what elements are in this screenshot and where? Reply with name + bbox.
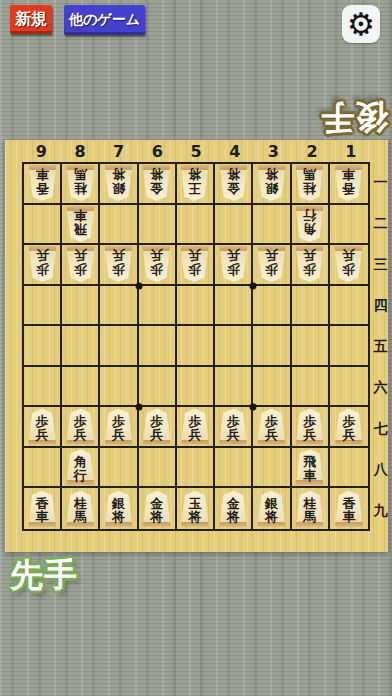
piece-kanji: 歩 <box>36 263 49 277</box>
shogi-piece[interactable]: 歩兵 <box>218 409 249 445</box>
board-square[interactable]: 桂馬 <box>292 488 330 529</box>
piece-kanji: 兵 <box>342 249 355 263</box>
piece-kanji: 歩 <box>303 415 316 429</box>
shogi-piece[interactable]: 金将 <box>141 165 172 201</box>
shogi-piece[interactable]: 歩兵 <box>65 409 96 445</box>
board-square[interactable] <box>215 448 253 489</box>
rank-label: 一 <box>373 162 388 203</box>
piece-kanji: 兵 <box>74 428 87 442</box>
piece-kanji: 兵 <box>74 249 87 263</box>
rank-label: 六 <box>373 367 388 408</box>
board-square[interactable] <box>62 367 100 408</box>
piece-kanji: 兵 <box>227 249 240 263</box>
piece-kanji: 将 <box>112 510 125 524</box>
board-square[interactable]: 銀将 <box>100 488 138 529</box>
board-square[interactable]: 歩兵 <box>62 245 100 286</box>
board-square[interactable]: 銀将 <box>253 164 291 205</box>
shogi-piece[interactable]: 桂馬 <box>294 491 325 527</box>
piece-kanji: 王 <box>188 182 201 196</box>
shogi-piece[interactable]: 歩兵 <box>333 409 364 445</box>
rank-label: 四 <box>373 285 388 326</box>
board-square[interactable]: 歩兵 <box>62 407 100 448</box>
board-square[interactable]: 金将 <box>139 164 177 205</box>
shogi-piece[interactable]: 歩兵 <box>333 246 364 282</box>
piece-kanji: 歩 <box>342 263 355 277</box>
file-label: 4 <box>215 140 254 162</box>
board-square[interactable]: 歩兵 <box>24 245 62 286</box>
board-square[interactable]: 金将 <box>215 488 253 529</box>
file-label: 6 <box>138 140 177 162</box>
piece-kanji: 将 <box>265 168 278 182</box>
board-square[interactable] <box>100 286 138 327</box>
board-square[interactable] <box>177 367 215 408</box>
rank-labels: 一二三四五六七八九 <box>373 162 388 531</box>
gear-icon: ⚙ <box>347 9 375 40</box>
star-point-marker <box>250 404 257 411</box>
board-square[interactable] <box>330 367 368 408</box>
board-square[interactable] <box>330 205 368 246</box>
piece-kanji: 銀 <box>265 497 278 511</box>
board-square[interactable] <box>100 367 138 408</box>
piece-kanji: 歩 <box>265 263 278 277</box>
piece-kanji: 桂 <box>303 497 316 511</box>
board-square[interactable] <box>139 286 177 327</box>
piece-kanji: 兵 <box>36 428 49 442</box>
shogi-piece[interactable]: 歩兵 <box>103 409 134 445</box>
board-square[interactable] <box>62 286 100 327</box>
sente-player-label: 先手 <box>10 558 78 591</box>
piece-kanji: 歩 <box>74 415 87 429</box>
piece-kanji: 歩 <box>112 263 125 277</box>
piece-kanji: 将 <box>188 510 201 524</box>
board-square[interactable] <box>100 448 138 489</box>
piece-kanji: 車 <box>36 168 49 182</box>
shogi-piece[interactable]: 香車 <box>27 165 58 201</box>
shogi-piece[interactable]: 歩兵 <box>27 409 58 445</box>
star-point-marker <box>135 282 142 289</box>
piece-kanji: 馬 <box>303 510 316 524</box>
shogi-piece[interactable]: 歩兵 <box>218 246 249 282</box>
board-square[interactable] <box>253 286 291 327</box>
piece-kanji: 兵 <box>112 249 125 263</box>
board-square[interactable] <box>292 367 330 408</box>
piece-kanji: 兵 <box>303 249 316 263</box>
board-square[interactable] <box>177 286 215 327</box>
shogi-piece[interactable]: 飛車 <box>65 206 96 242</box>
shogi-piece[interactable]: 歩兵 <box>27 246 58 282</box>
board-square[interactable] <box>253 448 291 489</box>
board-square[interactable] <box>24 448 62 489</box>
piece-kanji: 将 <box>265 510 278 524</box>
board-square[interactable]: 飛車 <box>62 205 100 246</box>
board-square[interactable]: 歩兵 <box>292 245 330 286</box>
shogi-piece[interactable]: 銀将 <box>256 165 287 201</box>
gote-player-label: 後手 <box>320 101 388 134</box>
piece-kanji: 玉 <box>188 497 201 511</box>
piece-kanji: 兵 <box>303 428 316 442</box>
piece-kanji: 金 <box>227 182 240 196</box>
shogi-piece[interactable]: 王将 <box>179 165 210 201</box>
file-labels: 987654321 <box>22 140 370 162</box>
piece-kanji: 金 <box>227 497 240 511</box>
board-square[interactable] <box>330 286 368 327</box>
board-square[interactable] <box>139 205 177 246</box>
piece-kanji: 歩 <box>112 415 125 429</box>
board-square[interactable]: 歩兵 <box>253 407 291 448</box>
shogi-piece[interactable]: 香車 <box>27 491 58 527</box>
piece-kanji: 歩 <box>342 415 355 429</box>
piece-kanji: 桂 <box>74 182 87 196</box>
board-square[interactable] <box>253 205 291 246</box>
shogi-piece[interactable]: 桂馬 <box>65 165 96 201</box>
board-square[interactable] <box>253 367 291 408</box>
piece-kanji: 角 <box>303 222 316 236</box>
piece-kanji: 車 <box>342 510 355 524</box>
shogi-piece[interactable]: 歩兵 <box>256 409 287 445</box>
piece-kanji: 兵 <box>188 428 201 442</box>
piece-kanji: 馬 <box>303 168 316 182</box>
piece-kanji: 歩 <box>36 415 49 429</box>
board-square[interactable]: 歩兵 <box>177 245 215 286</box>
piece-kanji: 兵 <box>188 249 201 263</box>
piece-kanji: 香 <box>36 497 49 511</box>
board-square[interactable]: 飛車 <box>292 448 330 489</box>
board-square[interactable]: 王将 <box>177 164 215 205</box>
board-square[interactable] <box>24 326 62 367</box>
board-square[interactable]: 銀将 <box>253 488 291 529</box>
board-square[interactable]: 角行 <box>62 448 100 489</box>
board-square[interactable]: 歩兵 <box>100 245 138 286</box>
piece-kanji: 銀 <box>265 182 278 196</box>
board-square[interactable]: 歩兵 <box>330 245 368 286</box>
board-square[interactable]: 歩兵 <box>215 407 253 448</box>
board-grid[interactable]: 香車桂馬銀将金将王将金将銀将桂馬香車飛車角行歩兵歩兵歩兵歩兵歩兵歩兵歩兵歩兵歩兵… <box>22 162 370 531</box>
board-square[interactable] <box>62 326 100 367</box>
shogi-piece[interactable]: 銀将 <box>256 491 287 527</box>
board-square[interactable] <box>177 448 215 489</box>
board-square[interactable] <box>24 367 62 408</box>
board-square[interactable] <box>24 286 62 327</box>
piece-kanji: 将 <box>150 510 163 524</box>
piece-kanji: 香 <box>342 182 355 196</box>
piece-kanji: 歩 <box>303 263 316 277</box>
piece-kanji: 歩 <box>150 415 163 429</box>
star-point-marker <box>135 404 142 411</box>
shogi-piece[interactable]: 歩兵 <box>141 246 172 282</box>
file-label: 5 <box>177 140 216 162</box>
piece-kanji: 兵 <box>227 428 240 442</box>
piece-kanji: 兵 <box>265 249 278 263</box>
shogi-piece[interactable]: 金将 <box>218 165 249 201</box>
piece-kanji: 金 <box>150 497 163 511</box>
board-square[interactable] <box>177 205 215 246</box>
settings-button[interactable]: ⚙ <box>342 5 380 43</box>
board-square[interactable]: 桂馬 <box>62 164 100 205</box>
board-square[interactable] <box>215 367 253 408</box>
piece-kanji: 歩 <box>150 263 163 277</box>
piece-kanji: 桂 <box>303 182 316 196</box>
piece-kanji: 車 <box>342 168 355 182</box>
piece-kanji: 将 <box>188 168 201 182</box>
piece-kanji: 馬 <box>74 510 87 524</box>
board-square[interactable]: 香車 <box>24 488 62 529</box>
board-square[interactable]: 歩兵 <box>177 407 215 448</box>
piece-kanji: 香 <box>342 497 355 511</box>
other-games-button[interactable]: 他のゲーム <box>64 5 145 35</box>
board-square[interactable]: 歩兵 <box>330 407 368 448</box>
board-square[interactable]: 香車 <box>330 164 368 205</box>
piece-kanji: 将 <box>150 168 163 182</box>
piece-kanji: 行 <box>74 469 87 483</box>
board-square[interactable]: 歩兵 <box>139 245 177 286</box>
board-square[interactable]: 桂馬 <box>292 164 330 205</box>
shogi-piece[interactable]: 飛車 <box>294 449 325 485</box>
file-label: 7 <box>99 140 138 162</box>
board-square[interactable]: 歩兵 <box>139 407 177 448</box>
rank-label: 八 <box>373 449 388 490</box>
board-square[interactable] <box>215 205 253 246</box>
rank-label: 五 <box>373 326 388 367</box>
piece-kanji: 歩 <box>74 263 87 277</box>
shogi-piece[interactable]: 金将 <box>141 491 172 527</box>
piece-kanji: 兵 <box>265 428 278 442</box>
piece-kanji: 馬 <box>74 168 87 182</box>
board-square[interactable]: 角行 <box>292 205 330 246</box>
rank-label: 七 <box>373 408 388 449</box>
piece-kanji: 金 <box>150 182 163 196</box>
shogi-piece[interactable]: 歩兵 <box>103 246 134 282</box>
shogi-piece[interactable]: 歩兵 <box>65 246 96 282</box>
rank-label: 三 <box>373 244 388 285</box>
board-square[interactable]: 歩兵 <box>24 407 62 448</box>
board-square[interactable]: 香車 <box>24 164 62 205</box>
piece-kanji: 飛 <box>74 222 87 236</box>
star-point-marker <box>250 282 257 289</box>
shogi-piece[interactable]: 銀将 <box>103 491 134 527</box>
new-game-button[interactable]: 新規 <box>10 5 52 34</box>
board-square[interactable] <box>100 205 138 246</box>
board-square[interactable] <box>292 286 330 327</box>
file-label: 8 <box>61 140 100 162</box>
shogi-piece[interactable]: 歩兵 <box>179 246 210 282</box>
shogi-piece[interactable]: 角行 <box>65 449 96 485</box>
piece-kanji: 行 <box>303 209 316 223</box>
board-square[interactable]: 銀将 <box>100 164 138 205</box>
board-square[interactable]: 玉将 <box>177 488 215 529</box>
board-square[interactable]: 桂馬 <box>62 488 100 529</box>
rank-label: 九 <box>373 490 388 531</box>
piece-kanji: 銀 <box>112 497 125 511</box>
piece-kanji: 兵 <box>150 428 163 442</box>
board-square[interactable]: 歩兵 <box>253 245 291 286</box>
piece-kanji: 車 <box>74 209 87 223</box>
board-square[interactable] <box>139 367 177 408</box>
board-square[interactable]: 歩兵 <box>100 407 138 448</box>
piece-kanji: 将 <box>112 168 125 182</box>
board-square[interactable] <box>100 326 138 367</box>
piece-kanji: 兵 <box>150 249 163 263</box>
board-square[interactable] <box>253 326 291 367</box>
piece-kanji: 車 <box>303 469 316 483</box>
piece-kanji: 歩 <box>265 415 278 429</box>
board-square[interactable]: 歩兵 <box>292 407 330 448</box>
piece-kanji: 歩 <box>227 415 240 429</box>
shogi-piece[interactable]: 金将 <box>218 491 249 527</box>
shogi-board: 987654321 香車桂馬銀将金将王将金将銀将桂馬香車飛車角行歩兵歩兵歩兵歩兵… <box>5 140 388 552</box>
piece-kanji: 将 <box>227 168 240 182</box>
shogi-piece[interactable]: 香車 <box>333 491 364 527</box>
board-square[interactable]: 香車 <box>330 488 368 529</box>
shogi-piece[interactable]: 歩兵 <box>294 246 325 282</box>
shogi-piece[interactable]: 角行 <box>294 206 325 242</box>
board-square[interactable] <box>139 326 177 367</box>
piece-kanji: 歩 <box>188 415 201 429</box>
shogi-piece[interactable]: 歩兵 <box>256 246 287 282</box>
piece-kanji: 桂 <box>74 497 87 511</box>
piece-kanji: 兵 <box>342 428 355 442</box>
piece-kanji: 将 <box>227 510 240 524</box>
board-square[interactable] <box>139 448 177 489</box>
piece-kanji: 車 <box>36 510 49 524</box>
shogi-piece[interactable]: 香車 <box>333 165 364 201</box>
board-square[interactable] <box>330 448 368 489</box>
piece-kanji: 飛 <box>303 455 316 469</box>
board-square[interactable]: 歩兵 <box>215 245 253 286</box>
shogi-piece[interactable]: 銀将 <box>103 165 134 201</box>
shogi-piece[interactable]: 玉将 <box>179 491 210 527</box>
rank-label: 二 <box>373 203 388 244</box>
piece-kanji: 香 <box>36 182 49 196</box>
board-square[interactable] <box>215 286 253 327</box>
board-square[interactable] <box>177 326 215 367</box>
piece-kanji: 兵 <box>36 249 49 263</box>
piece-kanji: 銀 <box>112 182 125 196</box>
shogi-piece[interactable]: 歩兵 <box>141 409 172 445</box>
shogi-piece[interactable]: 歩兵 <box>179 409 210 445</box>
board-square[interactable] <box>292 326 330 367</box>
board-square[interactable]: 金将 <box>215 164 253 205</box>
shogi-piece[interactable]: 桂馬 <box>294 165 325 201</box>
piece-kanji: 歩 <box>188 263 201 277</box>
piece-kanji: 兵 <box>112 428 125 442</box>
file-label: 3 <box>254 140 293 162</box>
board-square[interactable]: 金将 <box>139 488 177 529</box>
board-square[interactable] <box>330 326 368 367</box>
board-square[interactable] <box>215 326 253 367</box>
shogi-piece[interactable]: 歩兵 <box>294 409 325 445</box>
board-square[interactable] <box>24 205 62 246</box>
file-label: 9 <box>22 140 61 162</box>
file-label: 2 <box>293 140 332 162</box>
piece-kanji: 歩 <box>227 263 240 277</box>
shogi-piece[interactable]: 桂馬 <box>65 491 96 527</box>
piece-kanji: 角 <box>74 455 87 469</box>
file-label: 1 <box>331 140 370 162</box>
